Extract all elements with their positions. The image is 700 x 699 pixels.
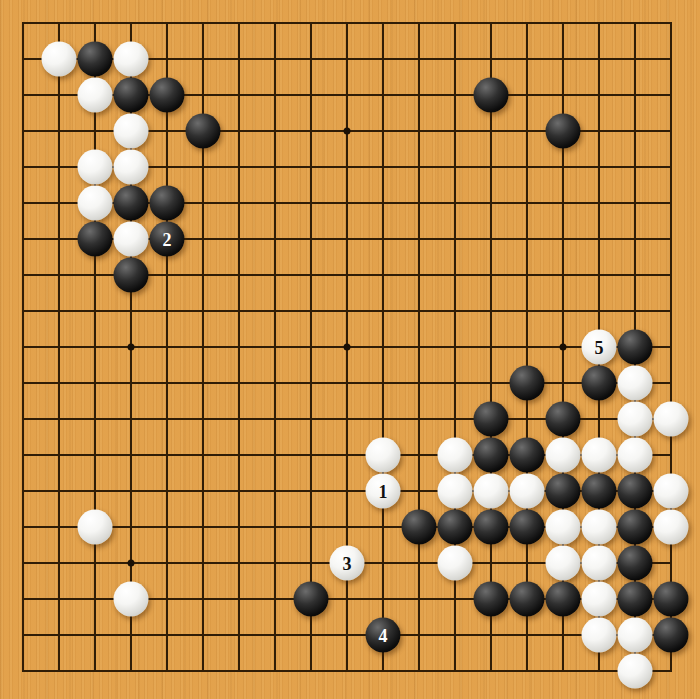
white-stone[interactable] — [582, 546, 617, 581]
intersection-2-7[interactable] — [41, 221, 77, 257]
intersection-3-17[interactable] — [77, 581, 113, 617]
intersection-15-8[interactable] — [509, 257, 545, 293]
intersection-14-10[interactable] — [473, 329, 509, 365]
intersection-2-13[interactable] — [41, 437, 77, 473]
white-stone[interactable] — [78, 510, 113, 545]
white-stone[interactable] — [546, 546, 581, 581]
black-stone[interactable] — [618, 510, 653, 545]
intersection-17-2[interactable] — [581, 41, 617, 77]
intersection-3-2[interactable] — [77, 41, 113, 77]
intersection-6-4[interactable] — [185, 113, 221, 149]
intersection-6-18[interactable] — [185, 617, 221, 653]
intersection-6-2[interactable] — [185, 41, 221, 77]
white-stone[interactable] — [114, 42, 149, 77]
intersection-15-10[interactable] — [509, 329, 545, 365]
white-stone[interactable] — [582, 438, 617, 473]
intersection-14-19[interactable] — [473, 653, 509, 689]
intersection-8-9[interactable] — [257, 293, 293, 329]
intersection-11-2[interactable] — [365, 41, 401, 77]
intersection-19-18[interactable] — [653, 617, 689, 653]
intersection-18-2[interactable] — [617, 41, 653, 77]
intersection-1-18[interactable] — [5, 617, 41, 653]
intersection-3-16[interactable] — [77, 545, 113, 581]
intersection-18-9[interactable] — [617, 293, 653, 329]
intersection-16-18[interactable] — [545, 617, 581, 653]
intersection-1-3[interactable] — [5, 77, 41, 113]
intersection-7-6[interactable] — [221, 185, 257, 221]
intersection-19-1[interactable] — [653, 5, 689, 41]
intersection-18-14[interactable] — [617, 473, 653, 509]
intersection-10-16[interactable]: 3 — [329, 545, 365, 581]
black-stone[interactable] — [546, 402, 581, 437]
white-stone[interactable] — [654, 510, 689, 545]
intersection-17-5[interactable] — [581, 149, 617, 185]
intersection-4-16[interactable] — [113, 545, 149, 581]
intersection-16-11[interactable] — [545, 365, 581, 401]
intersection-10-6[interactable] — [329, 185, 365, 221]
intersection-14-17[interactable] — [473, 581, 509, 617]
intersection-7-18[interactable] — [221, 617, 257, 653]
intersection-17-17[interactable] — [581, 581, 617, 617]
intersection-16-16[interactable] — [545, 545, 581, 581]
intersection-14-2[interactable] — [473, 41, 509, 77]
intersection-6-15[interactable] — [185, 509, 221, 545]
intersection-5-16[interactable] — [149, 545, 185, 581]
intersection-2-14[interactable] — [41, 473, 77, 509]
intersection-8-19[interactable] — [257, 653, 293, 689]
intersection-6-13[interactable] — [185, 437, 221, 473]
intersection-7-8[interactable] — [221, 257, 257, 293]
intersection-2-10[interactable] — [41, 329, 77, 365]
intersection-16-1[interactable] — [545, 5, 581, 41]
intersection-7-1[interactable] — [221, 5, 257, 41]
intersection-1-12[interactable] — [5, 401, 41, 437]
white-stone[interactable] — [42, 42, 77, 77]
intersection-8-15[interactable] — [257, 509, 293, 545]
intersection-12-13[interactable] — [401, 437, 437, 473]
intersection-13-6[interactable] — [437, 185, 473, 221]
intersection-7-9[interactable] — [221, 293, 257, 329]
board-intersections[interactable]: 25134 — [5, 5, 689, 689]
black-stone[interactable] — [618, 474, 653, 509]
intersection-11-16[interactable] — [365, 545, 401, 581]
intersection-13-11[interactable] — [437, 365, 473, 401]
intersection-17-7[interactable] — [581, 221, 617, 257]
white-stone[interactable] — [510, 474, 545, 509]
intersection-3-6[interactable] — [77, 185, 113, 221]
intersection-12-1[interactable] — [401, 5, 437, 41]
intersection-9-8[interactable] — [293, 257, 329, 293]
intersection-12-16[interactable] — [401, 545, 437, 581]
intersection-16-7[interactable] — [545, 221, 581, 257]
intersection-18-18[interactable] — [617, 617, 653, 653]
intersection-15-11[interactable] — [509, 365, 545, 401]
white-stone[interactable] — [618, 366, 653, 401]
intersection-11-11[interactable] — [365, 365, 401, 401]
intersection-12-8[interactable] — [401, 257, 437, 293]
white-stone[interactable] — [438, 546, 473, 581]
intersection-14-16[interactable] — [473, 545, 509, 581]
intersection-12-4[interactable] — [401, 113, 437, 149]
intersection-8-16[interactable] — [257, 545, 293, 581]
intersection-15-5[interactable] — [509, 149, 545, 185]
intersection-12-5[interactable] — [401, 149, 437, 185]
intersection-13-10[interactable] — [437, 329, 473, 365]
intersection-3-9[interactable] — [77, 293, 113, 329]
intersection-13-2[interactable] — [437, 41, 473, 77]
intersection-3-7[interactable] — [77, 221, 113, 257]
black-stone[interactable] — [114, 78, 149, 113]
intersection-17-4[interactable] — [581, 113, 617, 149]
white-stone[interactable] — [438, 474, 473, 509]
intersection-3-14[interactable] — [77, 473, 113, 509]
intersection-5-10[interactable] — [149, 329, 185, 365]
intersection-18-13[interactable] — [617, 437, 653, 473]
intersection-3-13[interactable] — [77, 437, 113, 473]
intersection-16-15[interactable] — [545, 509, 581, 545]
black-stone[interactable] — [150, 186, 185, 221]
black-stone[interactable] — [78, 222, 113, 257]
intersection-7-17[interactable] — [221, 581, 257, 617]
intersection-4-7[interactable] — [113, 221, 149, 257]
white-stone[interactable] — [474, 474, 509, 509]
intersection-18-19[interactable] — [617, 653, 653, 689]
intersection-17-12[interactable] — [581, 401, 617, 437]
intersection-6-5[interactable] — [185, 149, 221, 185]
intersection-8-17[interactable] — [257, 581, 293, 617]
black-stone[interactable] — [510, 510, 545, 545]
intersection-13-18[interactable] — [437, 617, 473, 653]
intersection-8-7[interactable] — [257, 221, 293, 257]
intersection-11-4[interactable] — [365, 113, 401, 149]
intersection-9-17[interactable] — [293, 581, 329, 617]
intersection-6-6[interactable] — [185, 185, 221, 221]
intersection-5-17[interactable] — [149, 581, 185, 617]
intersection-12-18[interactable] — [401, 617, 437, 653]
intersection-15-6[interactable] — [509, 185, 545, 221]
intersection-6-10[interactable] — [185, 329, 221, 365]
intersection-12-2[interactable] — [401, 41, 437, 77]
intersection-5-1[interactable] — [149, 5, 185, 41]
black-stone[interactable] — [402, 510, 437, 545]
intersection-19-5[interactable] — [653, 149, 689, 185]
intersection-14-18[interactable] — [473, 617, 509, 653]
intersection-6-8[interactable] — [185, 257, 221, 293]
intersection-2-2[interactable] — [41, 41, 77, 77]
white-stone[interactable] — [546, 438, 581, 473]
intersection-4-17[interactable] — [113, 581, 149, 617]
intersection-17-6[interactable] — [581, 185, 617, 221]
intersection-17-19[interactable] — [581, 653, 617, 689]
intersection-8-5[interactable] — [257, 149, 293, 185]
intersection-2-4[interactable] — [41, 113, 77, 149]
intersection-11-19[interactable] — [365, 653, 401, 689]
black-stone[interactable] — [78, 42, 113, 77]
intersection-1-7[interactable] — [5, 221, 41, 257]
intersection-9-13[interactable] — [293, 437, 329, 473]
intersection-17-1[interactable] — [581, 5, 617, 41]
black-stone[interactable] — [654, 618, 689, 653]
white-stone[interactable] — [582, 582, 617, 617]
intersection-15-7[interactable] — [509, 221, 545, 257]
white-stone[interactable] — [78, 150, 113, 185]
intersection-15-9[interactable] — [509, 293, 545, 329]
intersection-11-9[interactable] — [365, 293, 401, 329]
intersection-10-1[interactable] — [329, 5, 365, 41]
intersection-18-3[interactable] — [617, 77, 653, 113]
intersection-3-1[interactable] — [77, 5, 113, 41]
intersection-15-19[interactable] — [509, 653, 545, 689]
white-stone[interactable]: 1 — [366, 474, 401, 509]
intersection-17-3[interactable] — [581, 77, 617, 113]
intersection-10-4[interactable] — [329, 113, 365, 149]
intersection-4-15[interactable] — [113, 509, 149, 545]
intersection-11-17[interactable] — [365, 581, 401, 617]
black-stone[interactable] — [546, 582, 581, 617]
intersection-2-11[interactable] — [41, 365, 77, 401]
intersection-8-10[interactable] — [257, 329, 293, 365]
intersection-19-2[interactable] — [653, 41, 689, 77]
intersection-9-3[interactable] — [293, 77, 329, 113]
intersection-1-19[interactable] — [5, 653, 41, 689]
white-stone[interactable] — [114, 114, 149, 149]
intersection-14-14[interactable] — [473, 473, 509, 509]
black-stone[interactable] — [474, 402, 509, 437]
intersection-5-13[interactable] — [149, 437, 185, 473]
intersection-16-8[interactable] — [545, 257, 581, 293]
intersection-8-4[interactable] — [257, 113, 293, 149]
intersection-10-11[interactable] — [329, 365, 365, 401]
black-stone[interactable] — [618, 546, 653, 581]
intersection-17-10[interactable]: 5 — [581, 329, 617, 365]
intersection-4-19[interactable] — [113, 653, 149, 689]
intersection-8-18[interactable] — [257, 617, 293, 653]
intersection-3-10[interactable] — [77, 329, 113, 365]
white-stone[interactable] — [438, 438, 473, 473]
intersection-19-9[interactable] — [653, 293, 689, 329]
intersection-18-6[interactable] — [617, 185, 653, 221]
intersection-8-12[interactable] — [257, 401, 293, 437]
black-stone[interactable]: 4 — [366, 618, 401, 653]
intersection-16-17[interactable] — [545, 581, 581, 617]
intersection-11-1[interactable] — [365, 5, 401, 41]
intersection-9-14[interactable] — [293, 473, 329, 509]
intersection-2-3[interactable] — [41, 77, 77, 113]
intersection-3-18[interactable] — [77, 617, 113, 653]
black-stone[interactable] — [510, 438, 545, 473]
intersection-10-14[interactable] — [329, 473, 365, 509]
intersection-15-3[interactable] — [509, 77, 545, 113]
black-stone[interactable] — [618, 582, 653, 617]
intersection-11-14[interactable]: 1 — [365, 473, 401, 509]
intersection-9-2[interactable] — [293, 41, 329, 77]
intersection-1-1[interactable] — [5, 5, 41, 41]
intersection-10-19[interactable] — [329, 653, 365, 689]
intersection-9-10[interactable] — [293, 329, 329, 365]
intersection-11-5[interactable] — [365, 149, 401, 185]
intersection-9-15[interactable] — [293, 509, 329, 545]
intersection-5-9[interactable] — [149, 293, 185, 329]
intersection-4-3[interactable] — [113, 77, 149, 113]
intersection-18-11[interactable] — [617, 365, 653, 401]
intersection-19-15[interactable] — [653, 509, 689, 545]
intersection-8-8[interactable] — [257, 257, 293, 293]
white-stone[interactable] — [618, 438, 653, 473]
intersection-9-1[interactable] — [293, 5, 329, 41]
intersection-5-19[interactable] — [149, 653, 185, 689]
white-stone[interactable] — [114, 222, 149, 257]
intersection-14-8[interactable] — [473, 257, 509, 293]
intersection-16-9[interactable] — [545, 293, 581, 329]
intersection-16-14[interactable] — [545, 473, 581, 509]
intersection-1-13[interactable] — [5, 437, 41, 473]
white-stone[interactable]: 3 — [330, 546, 365, 581]
intersection-5-11[interactable] — [149, 365, 185, 401]
intersection-12-9[interactable] — [401, 293, 437, 329]
intersection-18-7[interactable] — [617, 221, 653, 257]
intersection-5-2[interactable] — [149, 41, 185, 77]
intersection-11-8[interactable] — [365, 257, 401, 293]
intersection-10-5[interactable] — [329, 149, 365, 185]
intersection-19-8[interactable] — [653, 257, 689, 293]
intersection-2-15[interactable] — [41, 509, 77, 545]
intersection-7-19[interactable] — [221, 653, 257, 689]
white-stone[interactable] — [114, 582, 149, 617]
intersection-14-11[interactable] — [473, 365, 509, 401]
white-stone[interactable] — [618, 618, 653, 653]
intersection-5-6[interactable] — [149, 185, 185, 221]
intersection-3-4[interactable] — [77, 113, 113, 149]
intersection-3-5[interactable] — [77, 149, 113, 185]
intersection-12-14[interactable] — [401, 473, 437, 509]
intersection-11-6[interactable] — [365, 185, 401, 221]
intersection-14-15[interactable] — [473, 509, 509, 545]
white-stone[interactable] — [546, 510, 581, 545]
intersection-7-3[interactable] — [221, 77, 257, 113]
intersection-5-5[interactable] — [149, 149, 185, 185]
black-stone[interactable]: 2 — [150, 222, 185, 257]
intersection-16-3[interactable] — [545, 77, 581, 113]
intersection-1-5[interactable] — [5, 149, 41, 185]
intersection-17-9[interactable] — [581, 293, 617, 329]
black-stone[interactable] — [546, 474, 581, 509]
intersection-10-8[interactable] — [329, 257, 365, 293]
intersection-6-7[interactable] — [185, 221, 221, 257]
intersection-10-17[interactable] — [329, 581, 365, 617]
intersection-13-7[interactable] — [437, 221, 473, 257]
intersection-8-2[interactable] — [257, 41, 293, 77]
intersection-3-11[interactable] — [77, 365, 113, 401]
intersection-15-12[interactable] — [509, 401, 545, 437]
intersection-11-7[interactable] — [365, 221, 401, 257]
intersection-2-1[interactable] — [41, 5, 77, 41]
black-stone[interactable] — [510, 582, 545, 617]
intersection-19-7[interactable] — [653, 221, 689, 257]
intersection-8-14[interactable] — [257, 473, 293, 509]
intersection-1-9[interactable] — [5, 293, 41, 329]
intersection-17-14[interactable] — [581, 473, 617, 509]
intersection-13-3[interactable] — [437, 77, 473, 113]
intersection-10-10[interactable] — [329, 329, 365, 365]
intersection-1-17[interactable] — [5, 581, 41, 617]
intersection-13-9[interactable] — [437, 293, 473, 329]
intersection-4-14[interactable] — [113, 473, 149, 509]
intersection-17-18[interactable] — [581, 617, 617, 653]
intersection-6-9[interactable] — [185, 293, 221, 329]
intersection-8-1[interactable] — [257, 5, 293, 41]
intersection-2-5[interactable] — [41, 149, 77, 185]
intersection-14-4[interactable] — [473, 113, 509, 149]
intersection-9-18[interactable] — [293, 617, 329, 653]
intersection-4-8[interactable] — [113, 257, 149, 293]
intersection-3-12[interactable] — [77, 401, 113, 437]
intersection-4-11[interactable] — [113, 365, 149, 401]
intersection-15-2[interactable] — [509, 41, 545, 77]
intersection-15-16[interactable] — [509, 545, 545, 581]
white-stone[interactable] — [582, 618, 617, 653]
intersection-4-12[interactable] — [113, 401, 149, 437]
intersection-5-4[interactable] — [149, 113, 185, 149]
intersection-17-15[interactable] — [581, 509, 617, 545]
intersection-19-6[interactable] — [653, 185, 689, 221]
intersection-11-15[interactable] — [365, 509, 401, 545]
intersection-8-3[interactable] — [257, 77, 293, 113]
intersection-13-12[interactable] — [437, 401, 473, 437]
intersection-8-6[interactable] — [257, 185, 293, 221]
intersection-13-8[interactable] — [437, 257, 473, 293]
intersection-1-4[interactable] — [5, 113, 41, 149]
white-stone[interactable] — [78, 78, 113, 113]
black-stone[interactable] — [150, 78, 185, 113]
intersection-7-4[interactable] — [221, 113, 257, 149]
intersection-9-7[interactable] — [293, 221, 329, 257]
intersection-1-2[interactable] — [5, 41, 41, 77]
intersection-16-2[interactable] — [545, 41, 581, 77]
intersection-15-14[interactable] — [509, 473, 545, 509]
intersection-14-1[interactable] — [473, 5, 509, 41]
intersection-4-9[interactable] — [113, 293, 149, 329]
intersection-18-8[interactable] — [617, 257, 653, 293]
intersection-11-12[interactable] — [365, 401, 401, 437]
intersection-2-16[interactable] — [41, 545, 77, 581]
intersection-14-7[interactable] — [473, 221, 509, 257]
intersection-17-16[interactable] — [581, 545, 617, 581]
intersection-7-16[interactable] — [221, 545, 257, 581]
intersection-7-10[interactable] — [221, 329, 257, 365]
intersection-13-19[interactable] — [437, 653, 473, 689]
intersection-15-13[interactable] — [509, 437, 545, 473]
intersection-18-5[interactable] — [617, 149, 653, 185]
intersection-5-8[interactable] — [149, 257, 185, 293]
intersection-1-14[interactable] — [5, 473, 41, 509]
intersection-2-17[interactable] — [41, 581, 77, 617]
intersection-13-13[interactable] — [437, 437, 473, 473]
intersection-16-13[interactable] — [545, 437, 581, 473]
intersection-7-12[interactable] — [221, 401, 257, 437]
intersection-9-6[interactable] — [293, 185, 329, 221]
intersection-19-13[interactable] — [653, 437, 689, 473]
intersection-17-8[interactable] — [581, 257, 617, 293]
intersection-2-18[interactable] — [41, 617, 77, 653]
black-stone[interactable] — [510, 366, 545, 401]
intersection-15-17[interactable] — [509, 581, 545, 617]
intersection-9-19[interactable] — [293, 653, 329, 689]
intersection-15-4[interactable] — [509, 113, 545, 149]
intersection-3-3[interactable] — [77, 77, 113, 113]
intersection-7-5[interactable] — [221, 149, 257, 185]
black-stone[interactable] — [186, 114, 221, 149]
white-stone[interactable] — [582, 510, 617, 545]
